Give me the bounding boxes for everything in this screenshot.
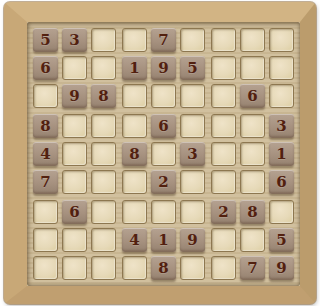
cell-r6c1[interactable]: 7	[33, 170, 58, 194]
cell-r9c1[interactable]	[33, 256, 58, 280]
cell-r2c1[interactable]: 6	[33, 56, 58, 80]
cell-r4c6[interactable]	[180, 114, 205, 138]
cell-r3c5[interactable]	[151, 84, 176, 108]
block-2: 7195	[122, 28, 205, 108]
cell-r8c9[interactable]: 5	[269, 228, 294, 252]
cell-r7c7[interactable]: 2	[211, 200, 236, 224]
cell-r6c3[interactable]	[91, 170, 116, 194]
cell-r7c2[interactable]: 6	[62, 200, 87, 224]
cell-r4c4[interactable]	[122, 114, 147, 138]
cell-r1c8[interactable]	[240, 28, 265, 52]
cell-r1c6[interactable]	[180, 28, 205, 52]
cell-r3c9[interactable]	[269, 84, 294, 108]
cell-r2c5[interactable]: 9	[151, 56, 176, 80]
cell-r2c7[interactable]	[211, 56, 236, 80]
cell-r9c4[interactable]	[122, 256, 147, 280]
cell-r1c7[interactable]	[211, 28, 236, 52]
cell-r4c5[interactable]: 6	[151, 114, 176, 138]
cell-r1c4[interactable]	[122, 28, 147, 52]
block-7: 6	[33, 200, 116, 280]
cell-r3c8[interactable]: 6	[240, 84, 265, 108]
board-frame-inner: 536987195684768323166419828579	[27, 22, 300, 286]
cell-r8c2[interactable]	[62, 228, 87, 252]
cell-r9c8[interactable]: 7	[240, 256, 265, 280]
cell-r1c9[interactable]	[269, 28, 294, 52]
cell-r3c7[interactable]	[211, 84, 236, 108]
cell-r5c4[interactable]: 8	[122, 142, 147, 166]
cell-r4c3[interactable]	[91, 114, 116, 138]
block-9: 28579	[211, 200, 294, 280]
cell-r5c7[interactable]	[211, 142, 236, 166]
cell-r8c6[interactable]: 9	[180, 228, 205, 252]
cell-r2c9[interactable]	[269, 56, 294, 80]
cell-r6c5[interactable]: 2	[151, 170, 176, 194]
cell-r3c1[interactable]	[33, 84, 58, 108]
cell-r4c2[interactable]	[62, 114, 87, 138]
sudoku-board: 536987195684768323166419828579	[4, 2, 316, 304]
cell-r4c1[interactable]: 8	[33, 114, 58, 138]
cell-r6c4[interactable]	[122, 170, 147, 194]
cell-r9c6[interactable]	[180, 256, 205, 280]
cell-r3c6[interactable]	[180, 84, 205, 108]
cell-r9c2[interactable]	[62, 256, 87, 280]
cell-r3c2[interactable]: 9	[62, 84, 87, 108]
cell-r9c3[interactable]	[91, 256, 116, 280]
cell-r5c1[interactable]: 4	[33, 142, 58, 166]
cell-r8c1[interactable]	[33, 228, 58, 252]
cell-r7c1[interactable]	[33, 200, 58, 224]
block-4: 847	[33, 114, 116, 194]
cell-r8c5[interactable]: 1	[151, 228, 176, 252]
cell-r5c5[interactable]	[151, 142, 176, 166]
cell-r7c3[interactable]	[91, 200, 116, 224]
cell-r7c8[interactable]: 8	[240, 200, 265, 224]
cell-r6c7[interactable]	[211, 170, 236, 194]
block-8: 4198	[122, 200, 205, 280]
block-3: 6	[211, 28, 294, 108]
cell-r8c8[interactable]	[240, 228, 265, 252]
cell-r8c7[interactable]	[211, 228, 236, 252]
cell-r7c9[interactable]	[269, 200, 294, 224]
board-field: 536987195684768323166419828579	[33, 28, 294, 280]
cell-r7c4[interactable]	[122, 200, 147, 224]
cell-r4c8[interactable]	[240, 114, 265, 138]
cell-r2c4[interactable]: 1	[122, 56, 147, 80]
cell-r2c2[interactable]	[62, 56, 87, 80]
cell-r4c7[interactable]	[211, 114, 236, 138]
cell-r1c3[interactable]	[91, 28, 116, 52]
cell-r2c3[interactable]	[91, 56, 116, 80]
cell-r9c7[interactable]	[211, 256, 236, 280]
cell-r7c5[interactable]	[151, 200, 176, 224]
cell-r5c6[interactable]: 3	[180, 142, 205, 166]
block-6: 316	[211, 114, 294, 194]
cell-r6c9[interactable]: 6	[269, 170, 294, 194]
cell-r6c8[interactable]	[240, 170, 265, 194]
cell-r1c2[interactable]: 3	[62, 28, 87, 52]
block-5: 6832	[122, 114, 205, 194]
cell-r1c5[interactable]: 7	[151, 28, 176, 52]
cell-r9c5[interactable]: 8	[151, 256, 176, 280]
cell-r6c6[interactable]	[180, 170, 205, 194]
cell-r3c3[interactable]: 8	[91, 84, 116, 108]
cell-r5c8[interactable]	[240, 142, 265, 166]
cell-r5c2[interactable]	[62, 142, 87, 166]
cell-r9c9[interactable]: 9	[269, 256, 294, 280]
cell-r8c3[interactable]	[91, 228, 116, 252]
cell-r5c9[interactable]: 1	[269, 142, 294, 166]
cell-r2c8[interactable]	[240, 56, 265, 80]
cell-r5c3[interactable]	[91, 142, 116, 166]
cell-r6c2[interactable]	[62, 170, 87, 194]
cell-r8c4[interactable]: 4	[122, 228, 147, 252]
cell-r1c1[interactable]: 5	[33, 28, 58, 52]
cell-r4c9[interactable]: 3	[269, 114, 294, 138]
cell-r2c6[interactable]: 5	[180, 56, 205, 80]
cell-r3c4[interactable]	[122, 84, 147, 108]
cell-r7c6[interactable]	[180, 200, 205, 224]
block-1: 53698	[33, 28, 116, 108]
